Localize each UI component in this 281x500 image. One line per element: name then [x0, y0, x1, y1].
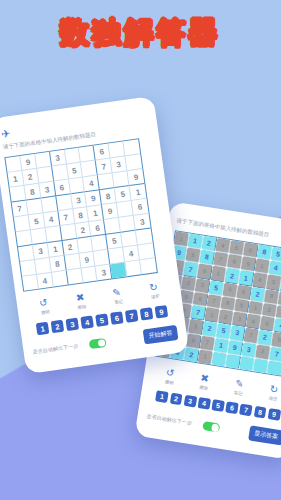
candidate-mark: 9 — [239, 302, 243, 308]
undo-button[interactable]: ↺撤销 — [162, 366, 177, 388]
candidate-mark: 5 — [191, 252, 195, 258]
auto-step-toggle[interactable] — [202, 421, 220, 433]
clear-icon: ↻ — [269, 383, 279, 395]
candidate-mark: 1 — [260, 263, 264, 269]
tool-label: 擦除 — [198, 384, 208, 392]
candidate-mark: 2 — [223, 314, 227, 320]
candidate-mark: 7 — [249, 332, 253, 338]
candidate-mark: 3 — [237, 316, 241, 322]
toggle-label: 是否自动解出下一步 — [32, 342, 79, 356]
clear-icon: ↻ — [148, 281, 158, 293]
digit-key-8[interactable]: 8 — [139, 307, 153, 321]
toggle-knob — [211, 424, 219, 432]
candidate-mark: 6 — [242, 289, 246, 295]
toggle-knob — [97, 339, 105, 347]
candidate-mark: 7 — [218, 256, 222, 262]
digit-key-5[interactable]: 5 — [211, 399, 224, 412]
candidate-mark: 8 — [232, 258, 236, 264]
candidate-mark: 9 — [202, 268, 206, 274]
erase-button[interactable]: ✖擦除 — [73, 291, 88, 312]
show-answer-button[interactable]: 显示答案 — [248, 426, 281, 446]
sudoku-cell[interactable] — [267, 360, 281, 375]
digit-key-8[interactable]: 8 — [253, 406, 266, 419]
candidate-mark: 1 — [203, 354, 207, 360]
digit-key-4[interactable]: 4 — [197, 397, 210, 410]
candidate-mark: 7 — [212, 298, 216, 304]
note-button[interactable]: ✎笔记 — [110, 286, 125, 307]
candidate-mark: 8 — [269, 293, 273, 299]
tool-label: 笔记 — [113, 298, 122, 306]
tool-label: 清空 — [150, 293, 159, 301]
solve-button[interactable]: 开始解答 — [143, 325, 179, 345]
digit-key-7[interactable]: 7 — [239, 404, 252, 417]
candidate-mark: 6 — [198, 296, 202, 302]
note-icon: ✎ — [112, 286, 122, 298]
digit-key-9[interactable]: 9 — [154, 305, 168, 319]
candidate-mark: 4 — [258, 277, 262, 283]
digit-key-2[interactable]: 2 — [50, 320, 64, 334]
tool-label: 撤销 — [164, 379, 174, 387]
candidate-mark: 1 — [253, 304, 257, 310]
candidate-mark: 6 — [191, 337, 195, 343]
digit-key-6[interactable]: 6 — [110, 311, 124, 325]
auto-step-toggle[interactable] — [89, 338, 107, 349]
erase-icon: ✖ — [75, 291, 85, 303]
page-title: 数独解答器 — [0, 13, 281, 53]
candidate-mark: 3 — [194, 323, 198, 329]
candidate-mark: 5 — [228, 287, 232, 293]
clear-button[interactable]: ↻清空 — [147, 281, 162, 302]
digit-key-7[interactable]: 7 — [125, 309, 139, 323]
digit-key-6[interactable]: 6 — [225, 401, 238, 414]
candidate-mark: 1 — [179, 236, 183, 242]
sudoku-grid: 93612573836497398515478196263312589443 — [4, 138, 158, 292]
note-button[interactable]: ✎笔记 — [231, 377, 246, 399]
candidate-mark: 5 — [184, 294, 188, 300]
tool-label: 擦除 — [77, 304, 86, 312]
candidate-mark: 9 — [277, 337, 281, 343]
undo-icon: ↺ — [39, 297, 49, 309]
tool-label: 撤销 — [40, 309, 49, 317]
digit-key-3[interactable]: 3 — [183, 395, 196, 408]
promo-screenshot: 数独解答器 ✈ 请于下面的表格中输入待解的数独题目 93612573836497… — [0, 0, 281, 500]
digit-key-1[interactable]: 1 — [155, 390, 168, 403]
toggle-label: 是否自动解出下一步 — [146, 413, 193, 428]
candidate-mark: 8 — [226, 300, 230, 306]
candidate-mark: 2 — [267, 307, 271, 313]
candidate-mark: 7 — [205, 340, 209, 346]
phone-mockup-input: ✈ 请于下面的表格中输入待解的数独题目 93612573836497398515… — [0, 96, 189, 374]
candidate-mark: 6 — [248, 247, 252, 253]
candidate-mark: 1 — [210, 311, 214, 317]
candidate-mark: 1 — [216, 270, 220, 276]
digit-key-3[interactable]: 3 — [65, 318, 79, 332]
note-icon: ✎ — [234, 378, 244, 390]
digit-key-5[interactable]: 5 — [95, 313, 109, 327]
sudoku-cell[interactable] — [140, 258, 157, 274]
undo-icon: ↺ — [165, 367, 175, 379]
digit-key-2[interactable]: 2 — [169, 393, 182, 406]
candidate-mark: 4 — [221, 242, 225, 248]
erase-button[interactable]: ✖擦除 — [197, 372, 212, 394]
tool-label: 清空 — [268, 395, 278, 403]
clear-button[interactable]: ↻清空 — [266, 383, 281, 405]
candidate-mark: 5 — [271, 279, 275, 285]
candidate-mark: 9 — [246, 261, 250, 267]
candidate-mark: 3 — [200, 282, 204, 288]
candidate-mark: 2 — [261, 348, 265, 354]
erase-icon: ✖ — [200, 372, 210, 384]
digit-key-4[interactable]: 4 — [80, 315, 94, 329]
candidate-mark: 5 — [265, 320, 269, 326]
undo-button[interactable]: ↺撤销 — [37, 296, 52, 317]
digit-key-1[interactable]: 1 — [36, 322, 50, 336]
candidate-mark: 2 — [186, 280, 190, 286]
candidate-mark: 4 — [251, 318, 255, 324]
tool-label: 笔记 — [233, 390, 243, 398]
digit-key-9[interactable]: 9 — [267, 408, 280, 421]
candidate-mark: 5 — [234, 244, 238, 250]
